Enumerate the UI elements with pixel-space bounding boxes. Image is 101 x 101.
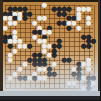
table-background [0, 96, 100, 101]
white-stone: ● [86, 7, 91, 12]
board-rim-right [98, 0, 101, 95]
black-stone: ● [91, 39, 96, 44]
black-stone: ● [27, 44, 32, 49]
white-stone: ● [22, 62, 27, 67]
white-stone: ● [13, 20, 18, 25]
black-stone: ● [22, 16, 27, 21]
go-board-photo: ●●●●●●●●●●●●●●●●●●●●●●●●●●●●●●●●●●●●●●●●… [0, 0, 100, 100]
white-stone: ● [13, 48, 18, 53]
white-stone: ● [17, 67, 22, 72]
white-stone: ● [86, 67, 91, 72]
board-rim-top [0, 0, 100, 2]
white-stone: ● [8, 57, 13, 62]
grid-line-horizontal [5, 83, 93, 84]
white-stone: ● [86, 20, 91, 25]
white-stone: ● [8, 76, 13, 81]
white-stone: ● [76, 25, 81, 30]
white-stone: ● [42, 76, 47, 81]
white-stone: ● [71, 80, 76, 85]
white-stone: ● [52, 62, 57, 67]
white-stone: ● [91, 80, 96, 85]
black-stone: ● [27, 11, 32, 16]
white-stone: ● [42, 16, 47, 21]
black-stone: ● [67, 25, 72, 30]
go-board: ●●●●●●●●●●●●●●●●●●●●●●●●●●●●●●●●●●●●●●●●… [2, 1, 98, 91]
black-stone: ● [57, 44, 62, 49]
black-stone: ● [86, 85, 91, 90]
white-stone: ● [3, 25, 8, 30]
white-stone: ● [76, 16, 81, 21]
black-stone: ● [67, 7, 72, 12]
black-stone: ● [86, 44, 91, 49]
black-stone: ● [67, 57, 72, 62]
white-stone: ● [42, 2, 47, 7]
black-stone: ● [52, 71, 57, 76]
white-stone: ● [47, 30, 52, 35]
black-stone: ● [52, 53, 57, 58]
board-rim-left [0, 0, 3, 95]
